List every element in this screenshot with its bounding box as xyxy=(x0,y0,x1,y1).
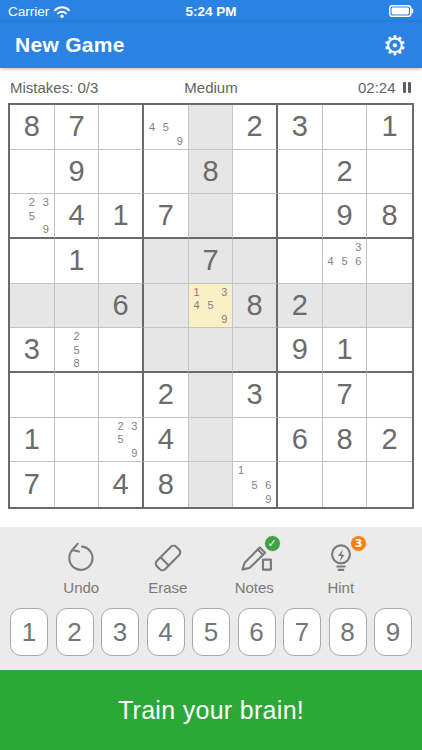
cell-value: 3 xyxy=(24,333,40,366)
cell-value: 3 xyxy=(247,378,263,411)
cell-r8c3[interactable]: 2359 xyxy=(99,418,144,463)
cell-r7c1[interactable] xyxy=(10,373,55,418)
cell-r8c2[interactable] xyxy=(55,418,100,463)
status-bar: Carrier 5:24 PM xyxy=(0,0,422,22)
notes-active-badge: ✓ xyxy=(264,535,281,552)
cell-r5c4[interactable] xyxy=(144,284,189,329)
cell-r7c4[interactable]: 2 xyxy=(144,373,189,418)
sudoku-board: 8745923198223594179817345661345982325891… xyxy=(8,103,414,509)
cell-r9c5[interactable] xyxy=(189,462,234,507)
cell-r9c9[interactable] xyxy=(367,462,412,507)
cell-value: 4 xyxy=(113,468,129,501)
cell-r7c2[interactable] xyxy=(55,373,100,418)
wifi-icon xyxy=(53,5,71,18)
promo-banner-text: Train your brain! xyxy=(118,696,304,725)
cell-r1c9[interactable]: 1 xyxy=(367,105,412,150)
cell-value: 1 xyxy=(113,199,129,232)
cell-r5c5[interactable]: 13459 xyxy=(189,284,234,329)
cell-r6c1[interactable]: 3 xyxy=(10,328,55,373)
numkey-3[interactable]: 3 xyxy=(101,608,139,656)
cell-r1c5[interactable] xyxy=(189,105,234,150)
cell-r1c4[interactable]: 459 xyxy=(144,105,189,150)
settings-gear-icon[interactable]: ⚙ xyxy=(383,32,407,59)
cell-value: 8 xyxy=(336,423,352,456)
numkey-1[interactable]: 1 xyxy=(10,608,48,656)
cell-r7c7[interactable] xyxy=(278,373,323,418)
cell-r9c4[interactable]: 8 xyxy=(144,462,189,507)
cell-r4c6[interactable] xyxy=(233,239,278,284)
hint-label: Hint xyxy=(327,579,354,596)
pencil-notes: 3456 xyxy=(324,240,366,282)
cell-r8c6[interactable] xyxy=(233,418,278,463)
tool-row: Undo Erase ✓ Notes xyxy=(0,539,422,596)
cell-r4c7[interactable] xyxy=(278,239,323,284)
cell-r6c3[interactable] xyxy=(99,328,144,373)
cell-r8c7[interactable]: 6 xyxy=(278,418,323,463)
cell-r8c1[interactable]: 1 xyxy=(10,418,55,463)
cell-value: 3 xyxy=(292,110,308,143)
cell-r6c7[interactable]: 9 xyxy=(278,328,323,373)
cell-r3c2[interactable]: 4 xyxy=(55,194,100,239)
cell-r2c7[interactable] xyxy=(278,150,323,195)
cell-r1c6[interactable]: 2 xyxy=(233,105,278,150)
cell-value: 1 xyxy=(382,110,398,143)
cell-r9c8[interactable] xyxy=(323,462,368,507)
cell-value: 4 xyxy=(68,199,84,232)
cell-r5c7[interactable]: 2 xyxy=(278,284,323,329)
cell-value: 4 xyxy=(158,423,174,456)
cell-r2c3[interactable] xyxy=(99,150,144,195)
cell-r1c8[interactable] xyxy=(323,105,368,150)
pencil-notes: 1569 xyxy=(234,463,275,506)
pause-icon[interactable] xyxy=(402,81,413,94)
cell-value: 2 xyxy=(336,155,352,188)
cell-r5c8[interactable] xyxy=(323,284,368,329)
cell-r8c8[interactable]: 8 xyxy=(323,418,368,463)
cell-r7c5[interactable] xyxy=(189,373,234,418)
cell-r4c2[interactable]: 1 xyxy=(55,239,100,284)
cell-r8c9[interactable]: 2 xyxy=(367,418,412,463)
cell-value: 7 xyxy=(202,244,218,277)
cell-r3c1[interactable]: 2359 xyxy=(10,194,55,239)
cell-value: 2 xyxy=(382,423,398,456)
cell-r5c2[interactable] xyxy=(55,284,100,329)
cell-r1c2[interactable]: 7 xyxy=(55,105,100,150)
cell-value: 8 xyxy=(24,110,40,143)
cell-value: 8 xyxy=(382,199,398,232)
cell-r8c5[interactable] xyxy=(189,418,234,463)
undo-icon xyxy=(62,539,100,577)
carrier-label: Carrier xyxy=(8,4,49,19)
pencil-notes: 459 xyxy=(145,106,187,148)
cell-r2c6[interactable] xyxy=(233,150,278,195)
cell-r7c8[interactable]: 7 xyxy=(323,373,368,418)
cell-value: 7 xyxy=(158,199,174,232)
cell-value: 8 xyxy=(202,155,218,188)
erase-button[interactable]: Erase xyxy=(125,539,212,596)
cell-value: 9 xyxy=(292,333,308,366)
cell-r6c4[interactable] xyxy=(144,328,189,373)
cell-r4c5[interactable]: 7 xyxy=(189,239,234,284)
cell-value: 1 xyxy=(24,423,40,456)
cell-r3c6[interactable] xyxy=(233,194,278,239)
cell-value: 2 xyxy=(292,289,308,322)
cell-value: 8 xyxy=(158,468,174,501)
cell-r2c1[interactable] xyxy=(10,150,55,195)
eraser-icon xyxy=(149,539,187,577)
cell-r5c1[interactable] xyxy=(10,284,55,329)
cell-r6c5[interactable] xyxy=(189,328,234,373)
numkey-8[interactable]: 8 xyxy=(329,608,367,656)
cell-r9c3[interactable]: 4 xyxy=(99,462,144,507)
undo-label: Undo xyxy=(63,579,99,596)
control-tray: Undo Erase ✓ Notes xyxy=(0,527,422,670)
cell-r6c8[interactable]: 1 xyxy=(323,328,368,373)
cell-value: 6 xyxy=(113,289,129,322)
cell-r2c4[interactable] xyxy=(144,150,189,195)
pencil-notes: 2359 xyxy=(11,195,53,236)
erase-label: Erase xyxy=(148,579,187,596)
numkey-9[interactable]: 9 xyxy=(374,608,412,656)
cell-r4c1[interactable] xyxy=(10,239,55,284)
mistakes-counter: Mistakes: 0/3 xyxy=(10,78,144,97)
cell-r9c1[interactable]: 7 xyxy=(10,462,55,507)
pencil-notes: 13459 xyxy=(190,285,232,327)
promo-banner[interactable]: Train your brain! xyxy=(0,670,422,750)
pencil-notes: 2359 xyxy=(100,419,141,461)
cell-r1c1[interactable]: 8 xyxy=(10,105,55,150)
cell-value: 7 xyxy=(336,378,352,411)
cell-value: 7 xyxy=(68,110,84,143)
cell-r3c3[interactable]: 1 xyxy=(99,194,144,239)
cell-r6c9[interactable] xyxy=(367,328,412,373)
cell-r7c3[interactable] xyxy=(99,373,144,418)
cell-r4c4[interactable] xyxy=(144,239,189,284)
cell-r3c7[interactable] xyxy=(278,194,323,239)
cell-r6c2[interactable]: 258 xyxy=(55,328,100,373)
numkey-4[interactable]: 4 xyxy=(147,608,185,656)
battery-icon xyxy=(389,5,414,17)
cell-r4c3[interactable] xyxy=(99,239,144,284)
cell-r3c5[interactable] xyxy=(189,194,234,239)
hint-button[interactable]: 3 Hint xyxy=(298,539,385,596)
cell-value: 2 xyxy=(158,378,174,411)
cell-r1c3[interactable] xyxy=(99,105,144,150)
cell-r2c5[interactable]: 8 xyxy=(189,150,234,195)
cell-value: 1 xyxy=(336,333,352,366)
cell-r5c3[interactable]: 6 xyxy=(99,284,144,329)
cell-r6c6[interactable] xyxy=(233,328,278,373)
cell-r2c9[interactable] xyxy=(367,150,412,195)
cell-r1c7[interactable]: 3 xyxy=(278,105,323,150)
cell-r9c7[interactable] xyxy=(278,462,323,507)
cell-value: 1 xyxy=(68,244,84,277)
cell-r9c6[interactable]: 1569 xyxy=(233,462,278,507)
page-title: New Game xyxy=(15,33,125,57)
cell-value: 9 xyxy=(68,155,84,188)
difficulty-label: Medium xyxy=(144,78,278,97)
cell-r4c8[interactable]: 3456 xyxy=(323,239,368,284)
cell-r9c2[interactable] xyxy=(55,462,100,507)
number-pad: 123456789 xyxy=(0,596,422,670)
cell-value: 8 xyxy=(247,289,263,322)
cell-r3c9[interactable]: 8 xyxy=(367,194,412,239)
cell-r7c6[interactable]: 3 xyxy=(233,373,278,418)
cell-r7c9[interactable] xyxy=(367,373,412,418)
cell-value: 9 xyxy=(336,199,352,232)
cell-r4c9[interactable] xyxy=(367,239,412,284)
cell-r8c4[interactable]: 4 xyxy=(144,418,189,463)
cell-r5c9[interactable] xyxy=(367,284,412,329)
numkey-5[interactable]: 5 xyxy=(192,608,230,656)
cell-r2c2[interactable]: 9 xyxy=(55,150,100,195)
nav-bar: New Game ⚙ xyxy=(0,22,422,68)
numkey-2[interactable]: 2 xyxy=(56,608,94,656)
cell-value: 6 xyxy=(292,423,308,456)
timer-value: 02:24 xyxy=(358,78,396,97)
notes-button[interactable]: ✓ Notes xyxy=(211,539,298,596)
notes-label: Notes xyxy=(235,579,274,596)
cell-r3c4[interactable]: 7 xyxy=(144,194,189,239)
cell-r3c8[interactable]: 9 xyxy=(323,194,368,239)
cell-value: 7 xyxy=(24,468,40,501)
numkey-7[interactable]: 7 xyxy=(283,608,321,656)
undo-button[interactable]: Undo xyxy=(38,539,125,596)
cell-r2c8[interactable]: 2 xyxy=(323,150,368,195)
numkey-6[interactable]: 6 xyxy=(238,608,276,656)
hint-count-badge: 3 xyxy=(350,535,367,552)
pencil-notes: 258 xyxy=(56,329,98,370)
cell-value: 2 xyxy=(247,110,263,143)
cell-r5c6[interactable]: 8 xyxy=(233,284,278,329)
game-info-row: Mistakes: 0/3 Medium 02:24 xyxy=(0,68,422,103)
